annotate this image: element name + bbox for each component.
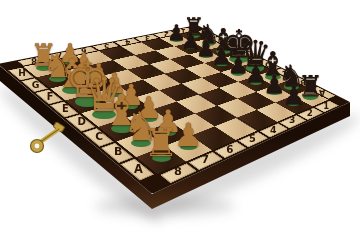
coordinate-label: 4 — [120, 38, 136, 47]
scene: H88HG77GF66FE55ED44DC33CB22BA11A♜♞♝♚♛♝♞♜… — [0, 0, 360, 233]
piece-white-rook: ♜ — [138, 124, 184, 163]
piece-black-pawn: ♟ — [278, 82, 309, 108]
coordinate-label: 3 — [284, 115, 300, 125]
coordinate-label: 7 — [197, 153, 213, 166]
coordinate-label: 3 — [139, 34, 155, 43]
coordinate-label: 5 — [99, 42, 115, 51]
pieces-layer: H88HG77GF66FE55ED44DC33CB22BA11A♜♞♝♚♛♝♞♜… — [0, 0, 360, 233]
brass-clasp — [26, 122, 70, 158]
coordinate-label: 8 — [170, 165, 186, 178]
coordinate-label: 4 — [265, 124, 281, 135]
coordinate-label: 5 — [245, 133, 261, 144]
coordinate-label: 6 — [222, 143, 238, 155]
